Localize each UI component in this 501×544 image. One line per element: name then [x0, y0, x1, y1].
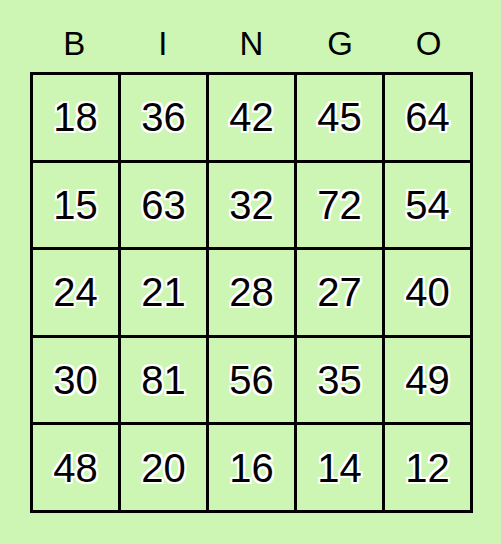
bingo-header: B I N G O: [30, 0, 473, 72]
bingo-cell-r1c3[interactable]: 42: [209, 75, 294, 160]
bingo-cell-r1c4[interactable]: 45: [297, 75, 382, 160]
bingo-cell-r5c4[interactable]: 14: [297, 425, 382, 510]
bingo-cell-r5c3[interactable]: 16: [209, 425, 294, 510]
bingo-cell-r2c4[interactable]: 72: [297, 163, 382, 248]
bingo-cell-r1c5[interactable]: 64: [385, 75, 470, 160]
bingo-cell-r4c5[interactable]: 49: [385, 338, 470, 423]
bingo-cell-r2c5[interactable]: 54: [385, 163, 470, 248]
bingo-cell-r4c2[interactable]: 81: [121, 338, 206, 423]
bingo-cell-r2c2[interactable]: 63: [121, 163, 206, 248]
header-letter-i: I: [119, 0, 208, 72]
bingo-cell-r5c1[interactable]: 48: [33, 425, 118, 510]
bingo-cell-r3c5[interactable]: 40: [385, 250, 470, 335]
bingo-cell-r2c3[interactable]: 32: [209, 163, 294, 248]
bingo-grid: 18 36 42 45 64 15 63 32 72 54 24 21 28 2…: [30, 72, 473, 513]
bingo-cell-r4c3[interactable]: 56: [209, 338, 294, 423]
bingo-cell-r3c3[interactable]: 28: [209, 250, 294, 335]
bingo-cell-r4c4[interactable]: 35: [297, 338, 382, 423]
bingo-cell-r1c1[interactable]: 18: [33, 75, 118, 160]
header-letter-o: O: [384, 0, 473, 72]
bingo-cell-r1c2[interactable]: 36: [121, 75, 206, 160]
bingo-cell-r5c5[interactable]: 12: [385, 425, 470, 510]
header-letter-n: N: [207, 0, 296, 72]
header-letter-g: G: [296, 0, 385, 72]
bingo-cell-r2c1[interactable]: 15: [33, 163, 118, 248]
bingo-cell-r3c4[interactable]: 27: [297, 250, 382, 335]
bingo-cell-r3c1[interactable]: 24: [33, 250, 118, 335]
bingo-cell-r4c1[interactable]: 30: [33, 338, 118, 423]
bingo-card: B I N G O 18 36 42 45 64 15 63 32 72 54 …: [0, 0, 501, 544]
bingo-cell-r3c2[interactable]: 21: [121, 250, 206, 335]
header-letter-b: B: [30, 0, 119, 72]
bingo-cell-r5c2[interactable]: 20: [121, 425, 206, 510]
